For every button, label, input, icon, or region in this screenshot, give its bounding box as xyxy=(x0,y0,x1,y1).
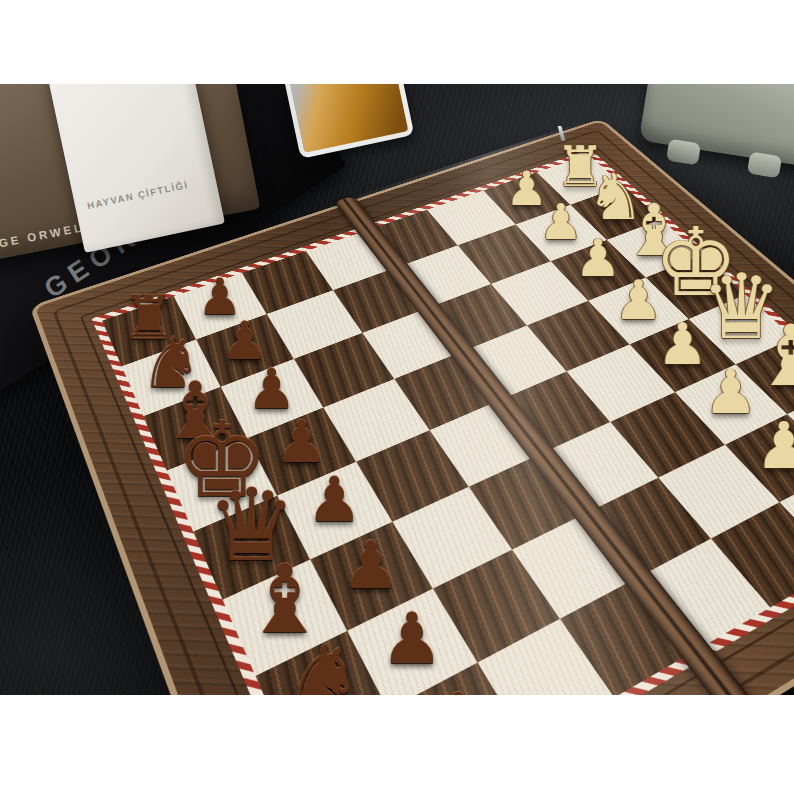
black-pawn-a7[interactable]: ♟ xyxy=(424,684,492,695)
white-pawn-c2[interactable]: ♟ xyxy=(704,363,758,424)
black-knight-b8[interactable]: ♞ xyxy=(279,632,364,695)
white-bishop-c1[interactable]: ♝ xyxy=(753,314,794,398)
black-pawn-c7[interactable]: ♟ xyxy=(341,533,400,599)
photo-scene: GEORGE GEORGE ORWELL HAYVAN ÇİFTLİĞİ xyxy=(0,84,794,695)
white-book-title-text: HAYVAN ÇİFTLİĞİ xyxy=(86,179,189,211)
white-pawn-b2[interactable]: ♟ xyxy=(755,414,794,478)
black-pawn-b7[interactable]: ♟ xyxy=(380,604,443,674)
black-pawn-d7[interactable]: ♟ xyxy=(306,470,362,532)
black-pawn-e7[interactable]: ♟ xyxy=(275,413,328,472)
white-pawn-e2[interactable]: ♟ xyxy=(614,273,663,328)
white-pawn-d2[interactable]: ♟ xyxy=(657,316,709,373)
photo-page: GEORGE GEORGE ORWELL HAYVAN ÇİFTLİĞİ xyxy=(0,0,794,794)
